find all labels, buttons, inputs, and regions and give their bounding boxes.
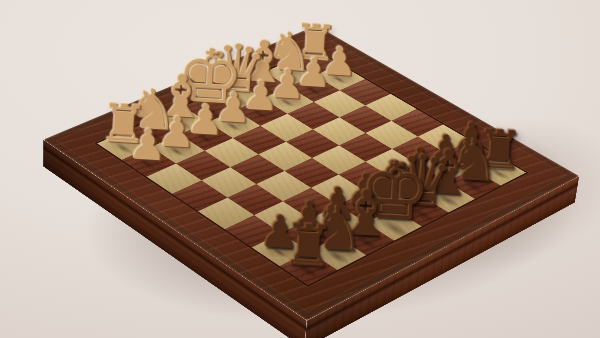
render-stage: ♜♞♝♛♚♝♞♜♟♟♟♟♟♟♟♟♟♟♟♟♟♟♟♟♜♞♝♛♚♝♞♜ xyxy=(0,0,600,338)
rook-glyph: ♜ xyxy=(210,211,407,279)
chess-board: ♜♞♝♛♚♝♞♜♟♟♟♟♟♟♟♟♟♟♟♟♟♟♟♟♜♞♝♛♚♝♞♜ xyxy=(43,26,579,321)
perspective-scene: ♜♞♝♛♚♝♞♜♟♟♟♟♟♟♟♟♟♟♟♟♟♟♟♟♜♞♝♛♚♝♞♜ xyxy=(0,0,600,338)
